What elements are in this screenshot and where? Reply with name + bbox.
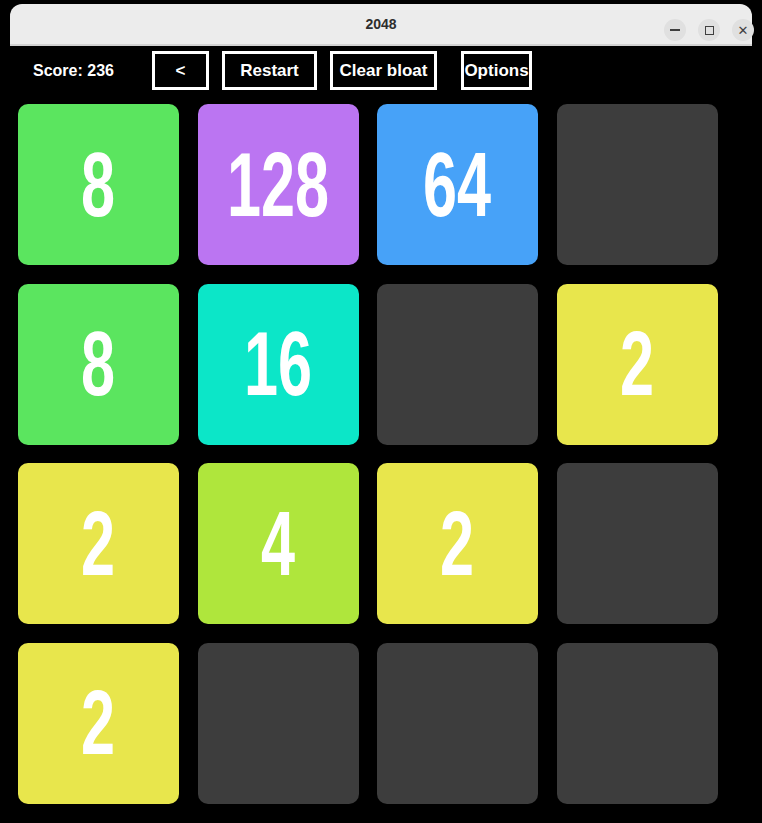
cell-empty — [198, 643, 359, 804]
tile-value: 2 — [620, 319, 654, 409]
tile-value: 2 — [81, 678, 115, 768]
board: 81286481622422 — [18, 104, 718, 804]
tile-2: 2 — [377, 463, 538, 624]
tile-value: 8 — [81, 319, 115, 409]
cell-empty — [377, 284, 538, 445]
tile-4: 4 — [198, 463, 359, 624]
tile-64: 64 — [377, 104, 538, 265]
tile-2: 2 — [18, 643, 179, 804]
titlebar: 2048 ✕ — [10, 4, 752, 46]
undo-button[interactable]: < — [152, 51, 209, 90]
tile-value: 64 — [423, 140, 491, 230]
tile-value: 2 — [81, 499, 115, 589]
tile-value: 2 — [440, 499, 474, 589]
close-icon: ✕ — [738, 24, 749, 37]
tile-value: 128 — [227, 140, 329, 230]
restart-button[interactable]: Restart — [222, 51, 317, 90]
tile-128: 128 — [198, 104, 359, 265]
cell-empty — [557, 643, 718, 804]
cell-empty — [557, 104, 718, 265]
tile-value: 8 — [81, 140, 115, 230]
score-label: Score: 236 — [33, 52, 114, 90]
tile-16: 16 — [198, 284, 359, 445]
close-button[interactable]: ✕ — [732, 19, 754, 41]
tile-2: 2 — [18, 463, 179, 624]
minimize-icon — [670, 29, 680, 31]
maximize-button[interactable] — [698, 19, 720, 41]
tile-value: 4 — [261, 499, 295, 589]
tile-8: 8 — [18, 284, 179, 445]
tile-value: 16 — [244, 319, 312, 409]
options-button[interactable]: Options — [461, 51, 532, 90]
cell-empty — [377, 643, 538, 804]
window-title: 2048 — [10, 4, 752, 44]
tile-2: 2 — [557, 284, 718, 445]
tile-8: 8 — [18, 104, 179, 265]
cell-empty — [557, 463, 718, 624]
clear-bloat-button[interactable]: Clear bloat — [330, 51, 437, 90]
minimize-button[interactable] — [664, 19, 686, 41]
maximize-icon — [705, 26, 714, 35]
